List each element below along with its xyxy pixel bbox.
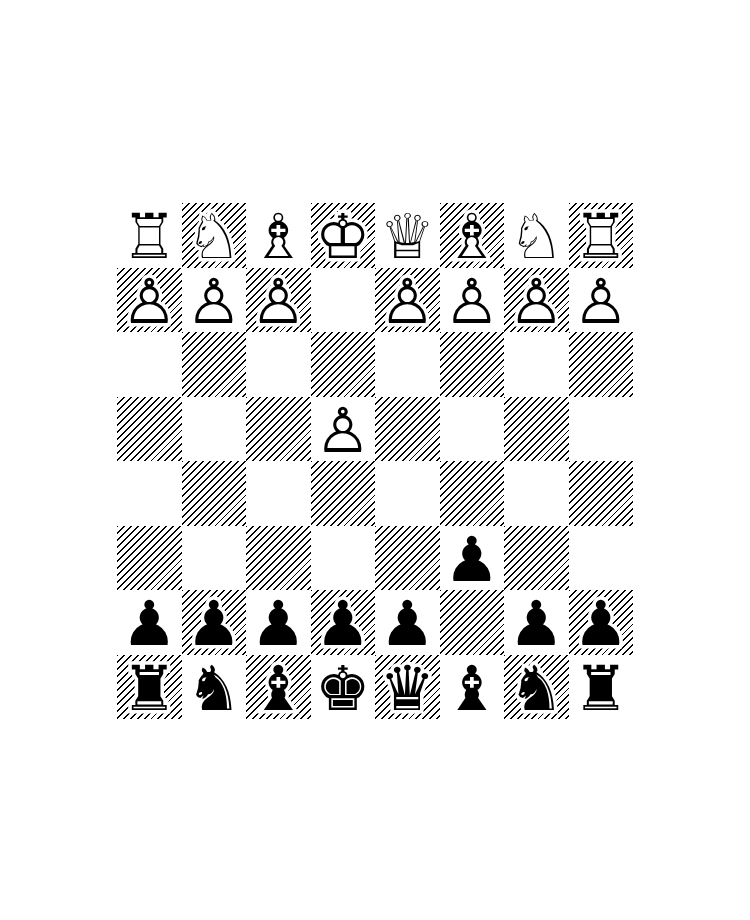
white-pawn-icon: ♙: [311, 399, 376, 464]
square-h2[interactable]: ♟♙: [117, 268, 182, 333]
piece-white-rook-a1[interactable]: ♜♖: [569, 205, 634, 270]
square-e6[interactable]: [311, 526, 376, 591]
black-rook-icon: ♜: [569, 657, 634, 722]
piece-white-pawn-c2[interactable]: ♟♙: [440, 270, 505, 335]
square-b8[interactable]: ♞♞: [504, 655, 569, 720]
white-knight-icon: ♘: [182, 205, 247, 270]
white-pawn-icon: ♙: [182, 270, 247, 335]
piece-white-pawn-f2[interactable]: ♟♙: [246, 270, 311, 335]
piece-white-pawn-h2[interactable]: ♟♙: [117, 270, 182, 335]
white-bishop-icon: ♗: [246, 205, 311, 270]
square-g6[interactable]: [182, 526, 247, 591]
square-f4[interactable]: [246, 397, 311, 462]
square-b2[interactable]: ♟♙: [504, 268, 569, 333]
black-pawn-icon: ♟: [182, 592, 247, 657]
square-h4[interactable]: [117, 397, 182, 462]
square-e7[interactable]: ♟♟: [311, 590, 376, 655]
white-pawn-icon: ♙: [440, 270, 505, 335]
square-e1[interactable]: ♚♔: [311, 203, 376, 268]
black-pawn-icon: ♟: [375, 592, 440, 657]
square-d8[interactable]: ♛♛: [375, 655, 440, 720]
square-h6[interactable]: [117, 526, 182, 591]
piece-black-rook-a8[interactable]: ♜♜: [569, 657, 634, 722]
square-h3[interactable]: [117, 332, 182, 397]
square-d2[interactable]: ♟♙: [375, 268, 440, 333]
white-pawn-icon: ♙: [504, 270, 569, 335]
square-d3[interactable]: [375, 332, 440, 397]
square-h8[interactable]: ♜♜: [117, 655, 182, 720]
black-queen-icon: ♛: [375, 657, 440, 722]
piece-white-rook-h1[interactable]: ♜♖: [117, 205, 182, 270]
white-pawn-icon: ♙: [375, 270, 440, 335]
square-d5[interactable]: [375, 461, 440, 526]
piece-black-knight-g8[interactable]: ♞♞: [182, 657, 247, 722]
black-rook-icon: ♜: [117, 657, 182, 722]
square-g3[interactable]: [182, 332, 247, 397]
square-f1[interactable]: ♝♗: [246, 203, 311, 268]
piece-white-pawn-d2[interactable]: ♟♙: [375, 270, 440, 335]
square-b5[interactable]: [504, 461, 569, 526]
square-h5[interactable]: [117, 461, 182, 526]
piece-white-king-e1[interactable]: ♚♔: [311, 205, 376, 270]
square-f3[interactable]: [246, 332, 311, 397]
square-h1[interactable]: ♜♖: [117, 203, 182, 268]
piece-white-pawn-a2[interactable]: ♟♙: [569, 270, 634, 335]
square-e2[interactable]: [311, 268, 376, 333]
piece-white-knight-b1[interactable]: ♞♘: [504, 205, 569, 270]
white-rook-icon: ♖: [117, 205, 182, 270]
square-g2[interactable]: ♟♙: [182, 268, 247, 333]
piece-black-pawn-d7[interactable]: ♟♟: [375, 592, 440, 657]
piece-black-pawn-h7[interactable]: ♟♟: [117, 592, 182, 657]
square-e3[interactable]: [311, 332, 376, 397]
square-a7[interactable]: ♟♟: [569, 590, 634, 655]
square-b6[interactable]: [504, 526, 569, 591]
piece-black-bishop-f8[interactable]: ♝♝: [246, 657, 311, 722]
piece-black-bishop-c8[interactable]: ♝♝: [440, 657, 505, 722]
piece-black-king-e8[interactable]: ♚♚: [311, 657, 376, 722]
square-a5[interactable]: [569, 461, 634, 526]
piece-white-pawn-b2[interactable]: ♟♙: [504, 270, 569, 335]
square-b7[interactable]: ♟♟: [504, 590, 569, 655]
piece-white-pawn-g2[interactable]: ♟♙: [182, 270, 247, 335]
square-f5[interactable]: [246, 461, 311, 526]
square-f8[interactable]: ♝♝: [246, 655, 311, 720]
piece-white-bishop-f1[interactable]: ♝♗: [246, 205, 311, 270]
chess-board: ♜♖♞♘♝♗♚♔♛♕♝♗♞♘♜♖♟♙♟♙♟♙♟♙♟♙♟♙♟♙♟♙♟♟♟♟♟♟♟♟…: [117, 203, 633, 719]
square-g7[interactable]: ♟♟: [182, 590, 247, 655]
square-c3[interactable]: [440, 332, 505, 397]
piece-black-pawn-b7[interactable]: ♟♟: [504, 592, 569, 657]
black-pawn-icon: ♟: [246, 592, 311, 657]
square-e8[interactable]: ♚♚: [311, 655, 376, 720]
square-g8[interactable]: ♞♞: [182, 655, 247, 720]
white-bishop-icon: ♗: [440, 205, 505, 270]
square-a4[interactable]: [569, 397, 634, 462]
black-knight-icon: ♞: [504, 657, 569, 722]
black-knight-icon: ♞: [182, 657, 247, 722]
square-b4[interactable]: [504, 397, 569, 462]
square-d4[interactable]: [375, 397, 440, 462]
piece-black-rook-h8[interactable]: ♜♜: [117, 657, 182, 722]
black-pawn-icon: ♟: [311, 592, 376, 657]
white-king-icon: ♔: [311, 205, 376, 270]
square-c7[interactable]: [440, 590, 505, 655]
square-g4[interactable]: [182, 397, 247, 462]
white-queen-icon: ♕: [375, 205, 440, 270]
white-rook-icon: ♖: [569, 205, 634, 270]
black-pawn-icon: ♟: [504, 592, 569, 657]
black-bishop-icon: ♝: [246, 657, 311, 722]
square-c8[interactable]: ♝♝: [440, 655, 505, 720]
square-d6[interactable]: [375, 526, 440, 591]
square-e4[interactable]: ♟♙: [311, 397, 376, 462]
piece-white-knight-g1[interactable]: ♞♘: [182, 205, 247, 270]
white-pawn-icon: ♙: [117, 270, 182, 335]
square-h7[interactable]: ♟♟: [117, 590, 182, 655]
square-f7[interactable]: ♟♟: [246, 590, 311, 655]
piece-black-knight-b8[interactable]: ♞♞: [504, 657, 569, 722]
piece-white-pawn-e4[interactable]: ♟♙: [311, 399, 376, 464]
square-a1[interactable]: ♜♖: [569, 203, 634, 268]
piece-black-pawn-f7[interactable]: ♟♟: [246, 592, 311, 657]
piece-white-queen-d1[interactable]: ♛♕: [375, 205, 440, 270]
piece-black-pawn-g7[interactable]: ♟♟: [182, 592, 247, 657]
piece-black-pawn-e7[interactable]: ♟♟: [311, 592, 376, 657]
square-f2[interactable]: ♟♙: [246, 268, 311, 333]
white-pawn-icon: ♙: [246, 270, 311, 335]
square-f6[interactable]: [246, 526, 311, 591]
square-c2[interactable]: ♟♙: [440, 268, 505, 333]
black-pawn-icon: ♟: [440, 528, 505, 593]
square-b1[interactable]: ♞♘: [504, 203, 569, 268]
piece-white-bishop-c1[interactable]: ♝♗: [440, 205, 505, 270]
page-background: ♜♖♞♘♝♗♚♔♛♕♝♗♞♘♜♖♟♙♟♙♟♙♟♙♟♙♟♙♟♙♟♙♟♟♟♟♟♟♟♟…: [0, 0, 750, 920]
square-e5[interactable]: [311, 461, 376, 526]
square-g1[interactable]: ♞♘: [182, 203, 247, 268]
piece-black-queen-d8[interactable]: ♛♛: [375, 657, 440, 722]
black-king-icon: ♚: [311, 657, 376, 722]
square-b3[interactable]: [504, 332, 569, 397]
square-g5[interactable]: [182, 461, 247, 526]
square-a8[interactable]: ♜♜: [569, 655, 634, 720]
square-c1[interactable]: ♝♗: [440, 203, 505, 268]
piece-black-pawn-c6[interactable]: ♟♟: [440, 528, 505, 593]
black-pawn-icon: ♟: [117, 592, 182, 657]
square-a3[interactable]: [569, 332, 634, 397]
square-a2[interactable]: ♟♙: [569, 268, 634, 333]
black-pawn-icon: ♟: [569, 592, 634, 657]
square-c5[interactable]: [440, 461, 505, 526]
square-a6[interactable]: [569, 526, 634, 591]
black-bishop-icon: ♝: [440, 657, 505, 722]
square-c4[interactable]: [440, 397, 505, 462]
square-c6[interactable]: ♟♟: [440, 526, 505, 591]
square-d1[interactable]: ♛♕: [375, 203, 440, 268]
piece-black-pawn-a7[interactable]: ♟♟: [569, 592, 634, 657]
white-pawn-icon: ♙: [569, 270, 634, 335]
white-knight-icon: ♘: [504, 205, 569, 270]
square-d7[interactable]: ♟♟: [375, 590, 440, 655]
